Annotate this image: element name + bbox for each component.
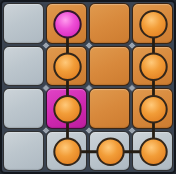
cell-r3c0[interactable] (3, 131, 44, 172)
cell-r2c2[interactable] (89, 88, 130, 129)
cell-r3c3[interactable] (132, 131, 173, 172)
cell-r3c1[interactable] (46, 131, 87, 172)
cell-r1c3[interactable] (132, 46, 173, 87)
puzzle-board (0, 0, 176, 174)
cell-r0c3[interactable] (132, 3, 173, 44)
cell-r0c2[interactable] (89, 3, 130, 44)
cell-r3c2[interactable] (89, 131, 130, 172)
cell-r2c1-highlighted[interactable] (46, 88, 87, 129)
cell-r1c1[interactable] (46, 46, 87, 87)
cell-r1c2[interactable] (89, 46, 130, 87)
cell-r1c0[interactable] (3, 46, 44, 87)
puzzle-screen (0, 0, 176, 174)
cell-r0c1[interactable] (46, 3, 87, 44)
cell-r0c0[interactable] (3, 3, 44, 44)
cell-r2c0[interactable] (3, 88, 44, 129)
cell-r2c3[interactable] (132, 88, 173, 129)
